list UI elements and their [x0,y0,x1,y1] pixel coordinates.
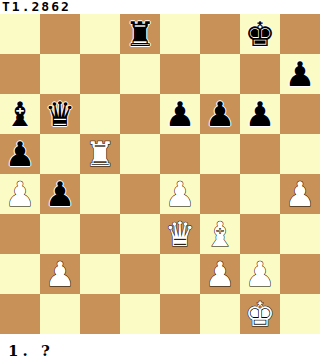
white-pawn-icon: ♟ [45,254,75,294]
square-f8[interactable] [200,14,240,54]
chess-board: ♜♚♟♝♛♟♟♟♟♜♟♟♟♟♛♝♟♟♟♚ [0,14,320,334]
white-pawn-icon: ♟ [5,174,35,214]
square-a1[interactable] [0,294,40,334]
square-c2[interactable] [80,254,120,294]
square-c1[interactable] [80,294,120,334]
square-a4[interactable]: ♟ [0,174,40,214]
square-f5[interactable] [200,134,240,174]
white-pawn-icon: ♟ [165,174,195,214]
white-pawn-icon: ♟ [285,174,315,214]
square-g6[interactable]: ♟ [240,94,280,134]
square-e4[interactable]: ♟ [160,174,200,214]
white-pawn-icon: ♟ [205,254,235,294]
square-d5[interactable] [120,134,160,174]
square-e8[interactable] [160,14,200,54]
square-c7[interactable] [80,54,120,94]
white-queen-icon: ♛ [165,214,195,254]
square-d6[interactable] [120,94,160,134]
square-e6[interactable]: ♟ [160,94,200,134]
square-e1[interactable] [160,294,200,334]
square-b7[interactable] [40,54,80,94]
black-pawn-icon: ♟ [5,134,35,174]
square-f4[interactable] [200,174,240,214]
square-g2[interactable]: ♟ [240,254,280,294]
square-f6[interactable]: ♟ [200,94,240,134]
black-king-icon: ♚ [245,14,275,54]
square-h6[interactable] [280,94,320,134]
square-c5[interactable]: ♜ [80,134,120,174]
square-a7[interactable] [0,54,40,94]
square-c3[interactable] [80,214,120,254]
diagram-title: T1.2862 [0,0,320,14]
square-g4[interactable] [240,174,280,214]
square-b2[interactable]: ♟ [40,254,80,294]
square-d2[interactable] [120,254,160,294]
black-rook-icon: ♜ [125,14,155,54]
square-b5[interactable] [40,134,80,174]
square-g7[interactable] [240,54,280,94]
white-rook-icon: ♜ [85,134,115,174]
square-g5[interactable] [240,134,280,174]
square-b3[interactable] [40,214,80,254]
square-h7[interactable]: ♟ [280,54,320,94]
square-c4[interactable] [80,174,120,214]
square-f7[interactable] [200,54,240,94]
square-f1[interactable] [200,294,240,334]
square-b6[interactable]: ♛ [40,94,80,134]
square-b8[interactable] [40,14,80,54]
move-prompt: 1. ? [8,342,54,360]
square-b4[interactable]: ♟ [40,174,80,214]
square-a3[interactable] [0,214,40,254]
square-h8[interactable] [280,14,320,54]
square-h3[interactable] [280,214,320,254]
square-d1[interactable] [120,294,160,334]
square-d7[interactable] [120,54,160,94]
square-h2[interactable] [280,254,320,294]
square-a5[interactable]: ♟ [0,134,40,174]
square-f2[interactable]: ♟ [200,254,240,294]
square-b1[interactable] [40,294,80,334]
square-a2[interactable] [0,254,40,294]
square-g1[interactable]: ♚ [240,294,280,334]
square-g8[interactable]: ♚ [240,14,280,54]
white-bishop-icon: ♝ [205,214,235,254]
black-pawn-icon: ♟ [205,94,235,134]
square-a8[interactable] [0,14,40,54]
square-g3[interactable] [240,214,280,254]
square-f3[interactable]: ♝ [200,214,240,254]
black-pawn-icon: ♟ [245,94,275,134]
square-e7[interactable] [160,54,200,94]
square-h5[interactable] [280,134,320,174]
square-d8[interactable]: ♜ [120,14,160,54]
white-pawn-icon: ♟ [245,254,275,294]
white-king-icon: ♚ [245,294,275,334]
square-a6[interactable]: ♝ [0,94,40,134]
black-pawn-icon: ♟ [45,174,75,214]
square-c6[interactable] [80,94,120,134]
square-c8[interactable] [80,14,120,54]
square-e3[interactable]: ♛ [160,214,200,254]
square-d3[interactable] [120,214,160,254]
chess-diagram-window: T1.2862 ♜♚♟♝♛♟♟♟♟♜♟♟♟♟♛♝♟♟♟♚ 1. ? [0,0,320,360]
square-e5[interactable] [160,134,200,174]
black-pawn-icon: ♟ [165,94,195,134]
square-e2[interactable] [160,254,200,294]
black-queen-icon: ♛ [45,94,75,134]
footer-bar: 1. ? [0,334,320,360]
square-h1[interactable] [280,294,320,334]
black-bishop-icon: ♝ [5,94,35,134]
square-h4[interactable]: ♟ [280,174,320,214]
square-d4[interactable] [120,174,160,214]
black-pawn-icon: ♟ [285,54,315,94]
